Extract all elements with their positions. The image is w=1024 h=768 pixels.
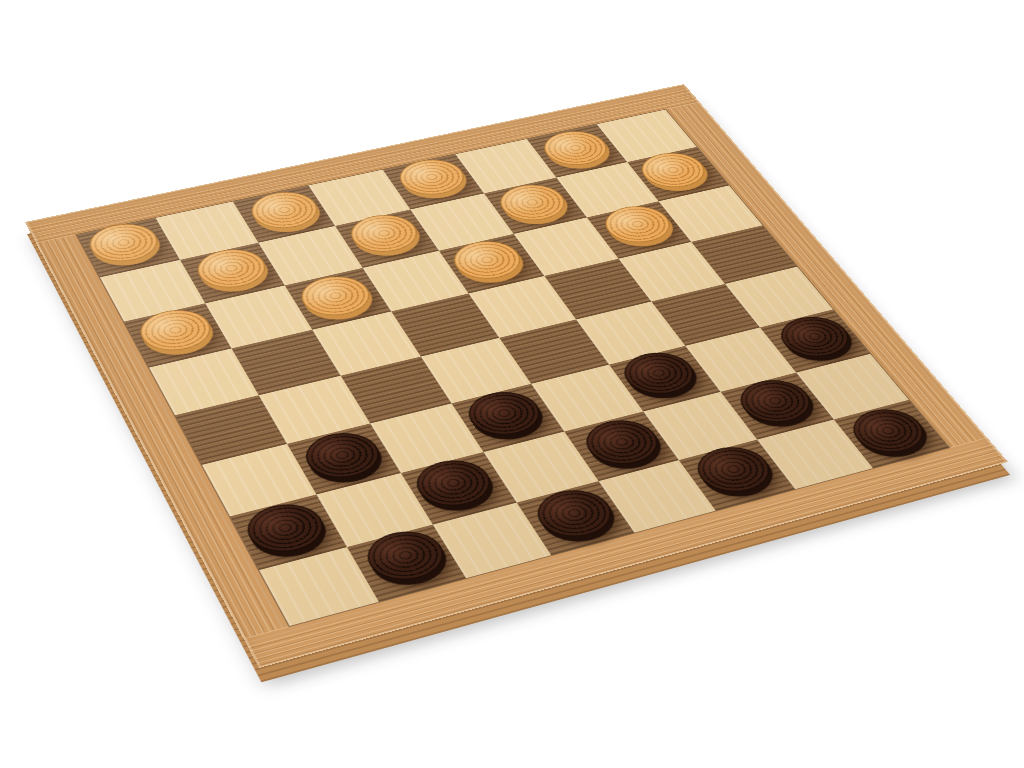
photo-background — [0, 0, 1024, 768]
checkers-board — [25, 84, 1008, 668]
